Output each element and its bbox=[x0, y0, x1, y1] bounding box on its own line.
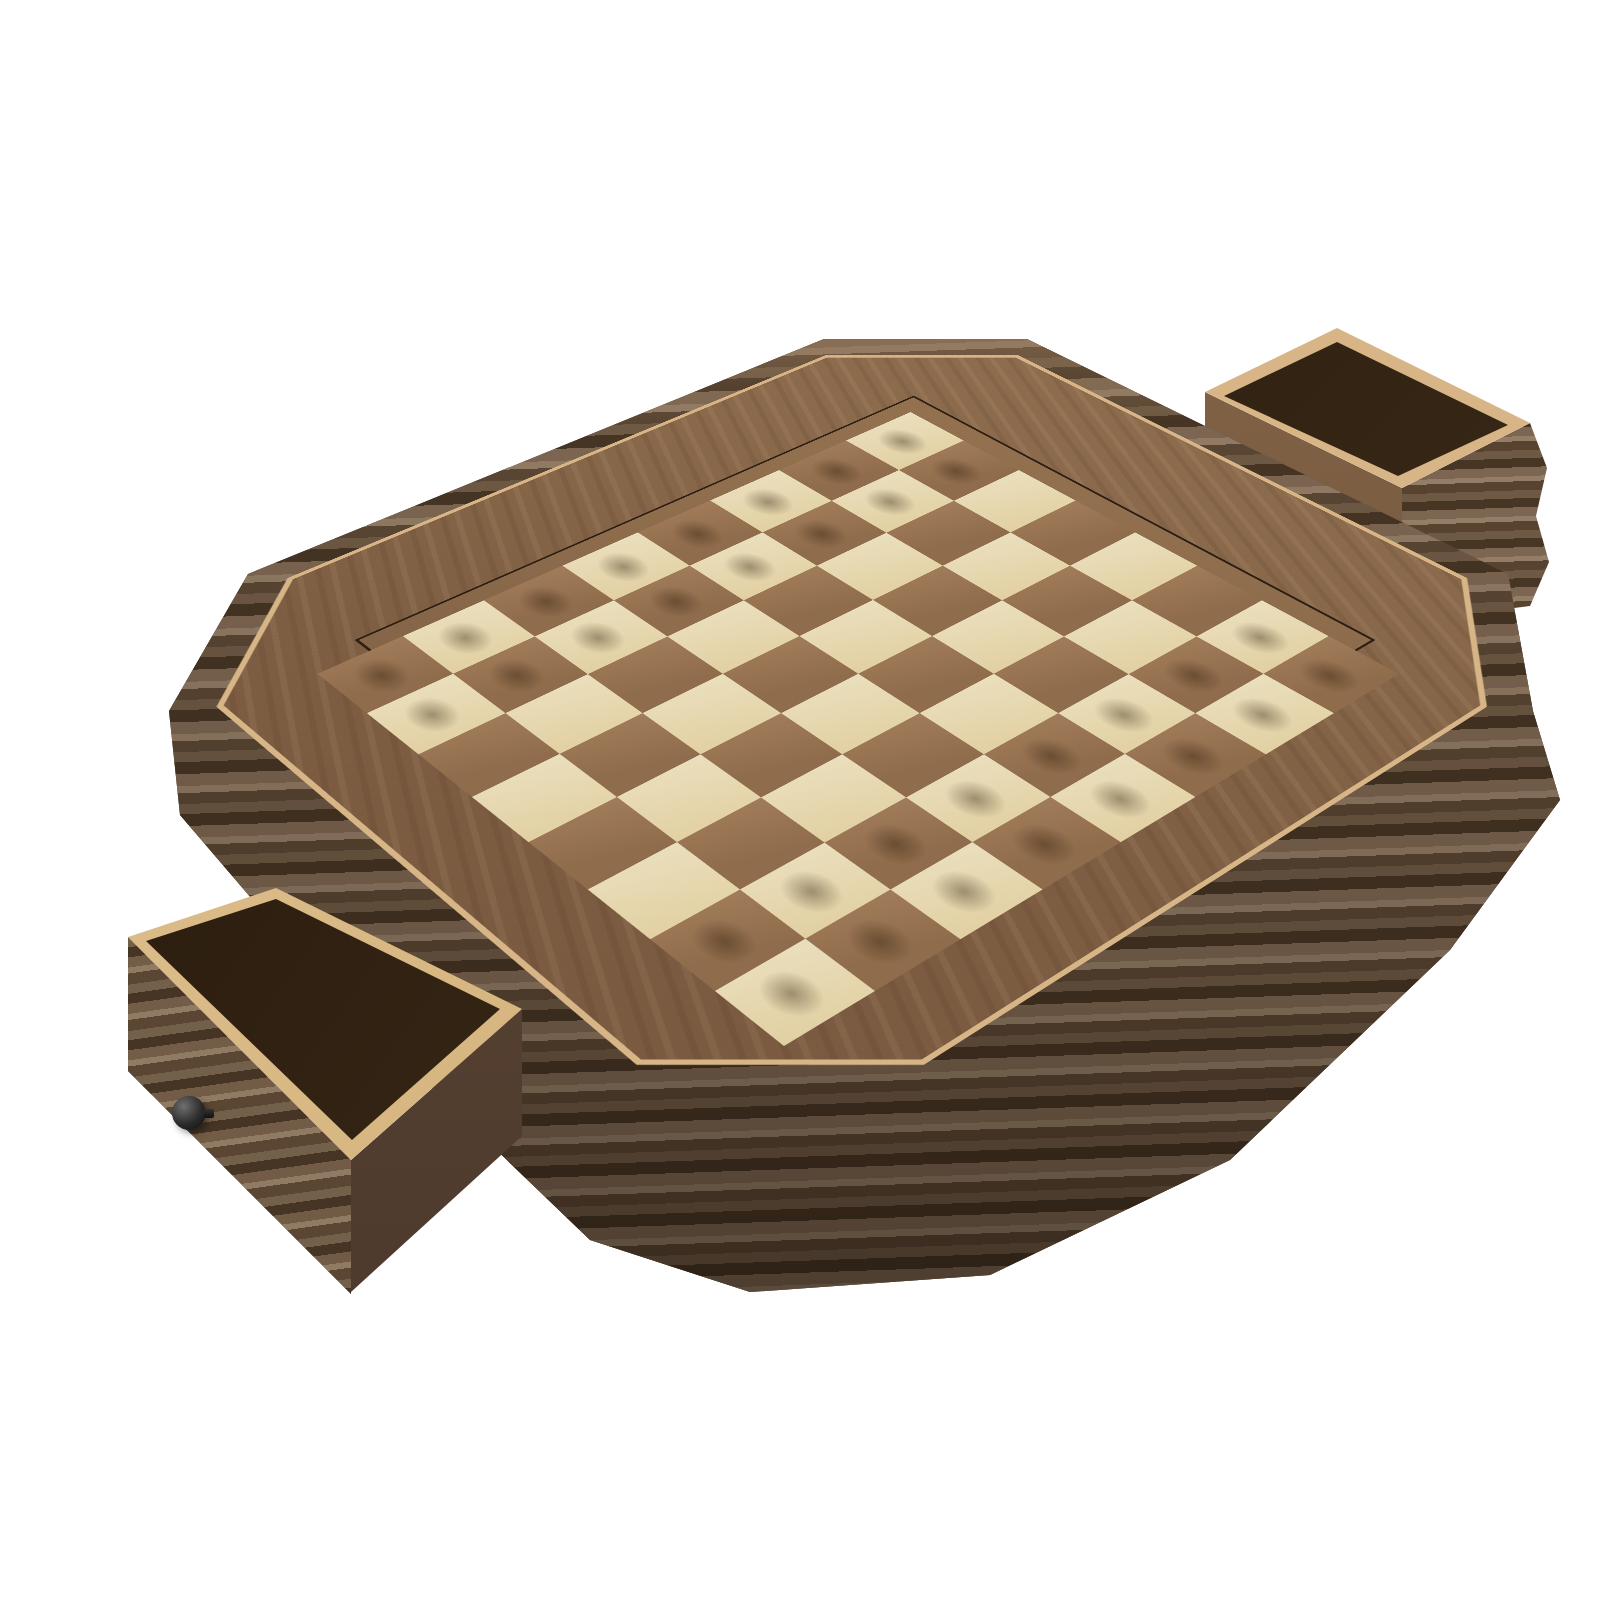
playing-field-frame: ♜♟♟♜♞♟♟♞♝♟♟♝♛♟♟♛♚♟♟♚♝♟♟♝♞♟♟♞♜♟♟♜ bbox=[354, 396, 1375, 981]
square-h1[interactable]: ♜ bbox=[715, 939, 875, 1046]
product-photo-chess-box: ♜♟♟♜♞♟♟♞♝♟♟♝♛♟♟♛♚♟♟♚♝♟♟♝♞♟♟♞♜♟♟♜ bbox=[0, 0, 1600, 1600]
chess-board[interactable]: ♜♟♟♜♞♟♟♞♝♟♟♝♛♟♟♛♚♟♟♚♝♟♟♝♞♟♟♞♜♟♟♜ bbox=[318, 412, 1399, 1046]
scene: ♜♟♟♜♞♟♟♞♝♟♟♝♛♟♟♛♚♟♟♚♝♟♟♝♞♟♟♞♜♟♟♜ bbox=[0, 0, 1600, 1600]
drawer-knob[interactable] bbox=[172, 1096, 206, 1130]
